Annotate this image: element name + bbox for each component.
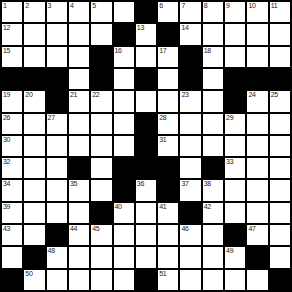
cell-r11c0[interactable] [2, 247, 22, 267]
black-cell-r3c1 [24, 69, 44, 89]
black-cell-r12c0 [2, 270, 22, 290]
cell-r10c1[interactable] [24, 225, 44, 245]
clue-number-12: 12 [3, 24, 10, 32]
cell-r2c1[interactable] [24, 47, 44, 67]
clue-number-26: 26 [3, 114, 10, 122]
cell-r12c4[interactable] [91, 270, 111, 290]
cell-r11c3[interactable] [69, 247, 89, 267]
cell-r12c7[interactable]: 51 [158, 270, 178, 290]
clue-number-51: 51 [159, 270, 166, 278]
clue-number-25: 25 [271, 91, 278, 99]
cell-r4c4[interactable]: 22 [91, 91, 111, 111]
cell-r9c1[interactable] [24, 203, 44, 223]
clue-number-17: 17 [159, 47, 166, 55]
clue-number-2: 2 [25, 2, 29, 10]
black-cell-r5c6 [136, 114, 156, 134]
cell-r10c11[interactable]: 47 [247, 225, 267, 245]
cell-r2c7[interactable]: 17 [158, 47, 178, 67]
clue-number-23: 23 [181, 91, 188, 99]
clue-number-10: 10 [248, 2, 255, 10]
clue-number-49: 49 [226, 247, 233, 255]
cell-r12c8[interactable] [180, 270, 200, 290]
cell-r3c7[interactable] [158, 69, 178, 89]
black-cell-r3c2 [47, 69, 67, 89]
cell-r6c1[interactable] [24, 136, 44, 156]
cell-r12c3[interactable] [69, 270, 89, 290]
cell-r1c3[interactable] [69, 24, 89, 44]
black-cell-r3c4 [91, 69, 111, 89]
clue-number-5: 5 [92, 2, 96, 10]
cell-r0c4[interactable]: 5 [91, 2, 111, 22]
cell-r7c10[interactable]: 33 [225, 158, 245, 178]
black-cell-r10c10 [225, 225, 245, 245]
clue-number-20: 20 [25, 91, 32, 99]
cell-r0c11[interactable]: 10 [247, 2, 267, 22]
clue-number-14: 14 [181, 24, 188, 32]
clue-number-28: 28 [159, 114, 166, 122]
clue-number-15: 15 [3, 47, 10, 55]
cell-r5c1[interactable] [24, 114, 44, 134]
cell-r9c11[interactable] [247, 203, 267, 223]
cell-r8c12[interactable] [270, 180, 290, 200]
cell-r5c11[interactable] [247, 114, 267, 134]
cell-r6c9[interactable] [203, 136, 223, 156]
cell-r5c9[interactable] [203, 114, 223, 134]
cell-r2c9[interactable]: 18 [203, 47, 223, 67]
cell-r2c0[interactable]: 15 [2, 47, 22, 67]
cell-r3c9[interactable] [203, 69, 223, 89]
cell-r9c9[interactable]: 42 [203, 203, 223, 223]
clue-number-11: 11 [271, 2, 278, 10]
cell-r12c10[interactable] [225, 270, 245, 290]
clue-number-21: 21 [70, 91, 77, 99]
cell-r9c10[interactable] [225, 203, 245, 223]
clue-number-33: 33 [226, 158, 233, 166]
black-cell-r4c10 [225, 91, 245, 111]
cell-r2c10[interactable] [225, 47, 245, 67]
crossword-puzzle: 1234567891011121314151617181920212223242… [0, 0, 292, 292]
cell-r11c9[interactable] [203, 247, 223, 267]
black-cell-r4c2 [47, 91, 67, 111]
cell-r6c2[interactable] [47, 136, 67, 156]
cell-r12c5[interactable] [114, 270, 134, 290]
cell-r10c3[interactable]: 44 [69, 225, 89, 245]
clue-number-7: 7 [181, 2, 185, 10]
clue-number-9: 9 [226, 2, 230, 10]
cell-r5c7[interactable]: 28 [158, 114, 178, 134]
cell-r10c5[interactable] [114, 225, 134, 245]
clue-number-37: 37 [181, 180, 188, 188]
cell-r0c9[interactable]: 8 [203, 2, 223, 22]
black-cell-r7c7 [158, 158, 178, 178]
cell-r8c9[interactable]: 38 [203, 180, 223, 200]
cell-r8c4[interactable] [91, 180, 111, 200]
clue-number-19: 19 [3, 91, 10, 99]
cell-r1c0[interactable]: 12 [2, 24, 22, 44]
cell-r4c3[interactable]: 21 [69, 91, 89, 111]
cell-r0c3[interactable]: 4 [69, 2, 89, 22]
cell-r10c7[interactable] [158, 225, 178, 245]
clue-number-38: 38 [204, 180, 211, 188]
clue-number-34: 34 [3, 180, 10, 188]
cell-r10c0[interactable]: 43 [2, 225, 22, 245]
clue-number-43: 43 [3, 225, 10, 233]
black-cell-r2c4 [91, 47, 111, 67]
cell-r5c3[interactable] [69, 114, 89, 134]
black-cell-r8c7 [158, 180, 178, 200]
clue-number-3: 3 [48, 2, 52, 10]
cell-r6c11[interactable] [247, 136, 267, 156]
cell-r6c12[interactable] [270, 136, 290, 156]
clue-number-39: 39 [3, 203, 10, 211]
cell-r1c6[interactable]: 13 [136, 24, 156, 44]
cell-r4c9[interactable] [203, 91, 223, 111]
clue-number-32: 32 [3, 158, 10, 166]
black-cell-r7c3 [69, 158, 89, 178]
cell-r7c0[interactable]: 32 [2, 158, 22, 178]
cell-r0c0[interactable]: 1 [2, 2, 22, 22]
cell-r6c5[interactable] [114, 136, 134, 156]
cell-r0c10[interactable]: 9 [225, 2, 245, 22]
cell-r12c2[interactable] [47, 270, 67, 290]
cell-r1c2[interactable] [47, 24, 67, 44]
black-cell-r10c2 [47, 225, 67, 245]
cell-r7c1[interactable] [24, 158, 44, 178]
clue-number-8: 8 [204, 2, 208, 10]
cell-r3c3[interactable] [69, 69, 89, 89]
cell-r1c9[interactable] [203, 24, 223, 44]
cell-r8c1[interactable] [24, 180, 44, 200]
cell-r6c0[interactable]: 30 [2, 136, 22, 156]
cell-r7c11[interactable] [247, 158, 267, 178]
cell-r10c6[interactable] [136, 225, 156, 245]
cell-r7c12[interactable] [270, 158, 290, 178]
black-cell-r3c10 [225, 69, 245, 89]
cell-r0c2[interactable]: 3 [47, 2, 67, 22]
cell-r1c12[interactable] [270, 24, 290, 44]
clue-number-1: 1 [3, 2, 7, 10]
cell-r12c11[interactable] [247, 270, 267, 290]
cell-r11c7[interactable] [158, 247, 178, 267]
cell-r10c8[interactable]: 46 [180, 225, 200, 245]
clue-number-16: 16 [115, 47, 122, 55]
clue-number-22: 22 [92, 91, 99, 99]
cell-r11c6[interactable] [136, 247, 156, 267]
clue-number-48: 48 [48, 247, 55, 255]
black-cell-r2c8 [180, 47, 200, 67]
clue-number-41: 41 [159, 203, 166, 211]
cell-r9c5[interactable]: 40 [114, 203, 134, 223]
black-cell-r8c5 [114, 180, 134, 200]
cell-r0c8[interactable]: 7 [180, 2, 200, 22]
cell-r11c2[interactable]: 48 [47, 247, 67, 267]
clue-number-4: 4 [70, 2, 74, 10]
cell-r6c3[interactable] [69, 136, 89, 156]
cell-r5c4[interactable] [91, 114, 111, 134]
cell-r9c7[interactable]: 41 [158, 203, 178, 223]
black-cell-r11c1 [24, 247, 44, 267]
cell-r9c2[interactable] [47, 203, 67, 223]
cell-r4c11[interactable]: 24 [247, 91, 267, 111]
cell-r2c5[interactable]: 16 [114, 47, 134, 67]
cell-r11c10[interactable]: 49 [225, 247, 245, 267]
cell-r9c12[interactable] [270, 203, 290, 223]
cell-r1c10[interactable] [225, 24, 245, 44]
clue-number-46: 46 [181, 225, 188, 233]
clue-number-45: 45 [92, 225, 99, 233]
cell-r2c6[interactable] [136, 47, 156, 67]
cell-r5c8[interactable] [180, 114, 200, 134]
cell-r11c12[interactable] [270, 247, 290, 267]
cell-r4c8[interactable]: 23 [180, 91, 200, 111]
clue-number-27: 27 [48, 114, 55, 122]
black-cell-r7c6 [136, 158, 156, 178]
cell-r4c7[interactable] [158, 91, 178, 111]
black-cell-r3c6 [136, 69, 156, 89]
cell-r7c4[interactable] [91, 158, 111, 178]
black-cell-r0c6 [136, 2, 156, 22]
cell-r8c2[interactable] [47, 180, 67, 200]
clue-number-6: 6 [159, 2, 163, 10]
clue-number-29: 29 [226, 114, 233, 122]
cell-r2c12[interactable] [270, 47, 290, 67]
cell-r1c11[interactable] [247, 24, 267, 44]
cell-r4c12[interactable]: 25 [270, 91, 290, 111]
black-cell-r7c9 [203, 158, 223, 178]
clue-number-40: 40 [115, 203, 122, 211]
cell-r5c10[interactable]: 29 [225, 114, 245, 134]
clue-number-24: 24 [248, 91, 255, 99]
cell-r1c4[interactable] [91, 24, 111, 44]
cell-r6c10[interactable] [225, 136, 245, 156]
clue-number-42: 42 [204, 203, 211, 211]
cell-r2c2[interactable] [47, 47, 67, 67]
cell-r0c12[interactable]: 11 [270, 2, 290, 22]
cell-r9c6[interactable] [136, 203, 156, 223]
clue-number-18: 18 [204, 47, 211, 55]
cell-r9c0[interactable]: 39 [2, 203, 22, 223]
cell-r0c5[interactable] [114, 2, 134, 22]
cell-r6c4[interactable] [91, 136, 111, 156]
cell-r11c5[interactable] [114, 247, 134, 267]
cell-r12c1[interactable]: 50 [24, 270, 44, 290]
cell-r10c9[interactable] [203, 225, 223, 245]
cell-r8c0[interactable]: 34 [2, 180, 22, 200]
cell-r5c12[interactable] [270, 114, 290, 134]
cell-r8c11[interactable] [247, 180, 267, 200]
cell-r8c6[interactable]: 36 [136, 180, 156, 200]
cell-r4c5[interactable] [114, 91, 134, 111]
crossword-board: 1234567891011121314151617181920212223242… [0, 0, 292, 292]
cell-r5c5[interactable] [114, 114, 134, 134]
black-cell-r7c5 [114, 158, 134, 178]
cell-r8c3[interactable]: 35 [69, 180, 89, 200]
black-cell-r11c11 [247, 247, 267, 267]
cell-r5c0[interactable]: 26 [2, 114, 22, 134]
cell-r2c3[interactable] [69, 47, 89, 67]
cell-r1c1[interactable] [24, 24, 44, 44]
cell-r8c8[interactable]: 37 [180, 180, 200, 200]
cell-r12c9[interactable] [203, 270, 223, 290]
black-cell-r1c7 [158, 24, 178, 44]
cell-r6c8[interactable] [180, 136, 200, 156]
cell-r7c2[interactable] [47, 158, 67, 178]
cell-r1c8[interactable]: 14 [180, 24, 200, 44]
black-cell-r9c8 [180, 203, 200, 223]
black-cell-r12c12 [270, 270, 290, 290]
cell-r10c4[interactable]: 45 [91, 225, 111, 245]
black-cell-r9c4 [91, 203, 111, 223]
black-cell-r6c6 [136, 136, 156, 156]
clue-number-31: 31 [159, 136, 166, 144]
cell-r7c8[interactable] [180, 158, 200, 178]
cell-r6c7[interactable]: 31 [158, 136, 178, 156]
black-cell-r3c11 [247, 69, 267, 89]
cell-r2c11[interactable] [247, 47, 267, 67]
clue-number-47: 47 [248, 225, 255, 233]
black-cell-r3c8 [180, 69, 200, 89]
black-cell-r12c6 [136, 270, 156, 290]
black-cell-r1c5 [114, 24, 134, 44]
cell-r4c6[interactable] [136, 91, 156, 111]
clue-number-30: 30 [3, 136, 10, 144]
cell-r4c1[interactable]: 20 [24, 91, 44, 111]
cell-r11c8[interactable] [180, 247, 200, 267]
cell-r9c3[interactable] [69, 203, 89, 223]
cell-r4c0[interactable]: 19 [2, 91, 22, 111]
cell-r0c1[interactable]: 2 [24, 2, 44, 22]
black-cell-r3c12 [270, 69, 290, 89]
cell-r3c5[interactable] [114, 69, 134, 89]
cell-r5c2[interactable]: 27 [47, 114, 67, 134]
black-cell-r3c0 [2, 69, 22, 89]
cell-r11c4[interactable] [91, 247, 111, 267]
cell-r10c12[interactable] [270, 225, 290, 245]
cell-r8c10[interactable] [225, 180, 245, 200]
clue-number-44: 44 [70, 225, 77, 233]
cell-r0c7[interactable]: 6 [158, 2, 178, 22]
clue-number-13: 13 [137, 24, 144, 32]
clue-number-35: 35 [70, 180, 77, 188]
clue-number-50: 50 [25, 270, 32, 278]
clue-number-36: 36 [137, 180, 144, 188]
